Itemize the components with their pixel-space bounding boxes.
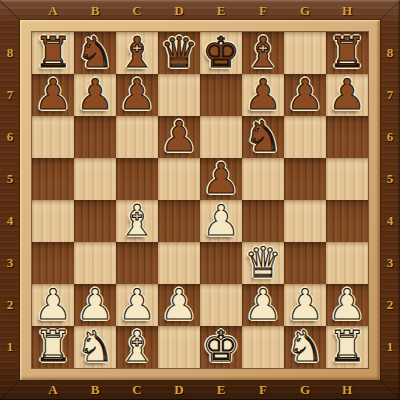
piece-black-rook[interactable]: ♜ [34,32,72,74]
piece-black-king[interactable]: ♚ [202,32,240,74]
square-c7[interactable]: ♟ [116,74,158,116]
piece-black-pawn[interactable]: ♟ [202,158,240,200]
squares: ♜♞♝♛♚♝♜♟♟♟♟♟♟♟♞♟♝♟♛♟♟♟♟♟♟♟♜♞♝♚♞♜ [32,32,368,368]
rank-label-3-right: 3 [380,242,400,284]
square-d3[interactable] [158,242,200,284]
file-label-f-top: F [242,2,284,19]
square-d4[interactable] [158,200,200,242]
square-c1[interactable]: ♝ [116,326,158,368]
piece-black-bishop[interactable]: ♝ [118,32,156,74]
square-f1[interactable] [242,326,284,368]
square-e3[interactable] [200,242,242,284]
square-h5[interactable] [326,158,368,200]
rank-label-2-right: 2 [380,284,400,326]
file-label-g-bottom: G [284,381,326,398]
square-g4[interactable] [284,200,326,242]
square-h1[interactable]: ♜ [326,326,368,368]
square-g2[interactable]: ♟ [284,284,326,326]
rank-label-5-left: 5 [0,158,20,200]
square-e7[interactable] [200,74,242,116]
rank-label-8-right: 8 [380,32,400,74]
square-b8[interactable]: ♞ [74,32,116,74]
piece-black-pawn[interactable]: ♟ [286,74,324,116]
square-g1[interactable]: ♞ [284,326,326,368]
piece-white-rook[interactable]: ♜ [328,326,366,368]
piece-white-bishop[interactable]: ♝ [118,200,156,242]
piece-black-pawn[interactable]: ♟ [160,116,198,158]
piece-black-knight[interactable]: ♞ [76,32,114,74]
square-e5[interactable]: ♟ [200,158,242,200]
square-d2[interactable]: ♟ [158,284,200,326]
square-a3[interactable] [32,242,74,284]
file-label-g-top: G [284,2,326,19]
rank-label-6-right: 6 [380,116,400,158]
piece-white-rook[interactable]: ♜ [34,326,72,368]
piece-black-pawn[interactable]: ♟ [76,74,114,116]
square-b4[interactable] [74,200,116,242]
square-a6[interactable] [32,116,74,158]
square-a2[interactable]: ♟ [32,284,74,326]
square-f7[interactable]: ♟ [242,74,284,116]
piece-white-knight[interactable]: ♞ [76,326,114,368]
file-label-b-bottom: B [74,381,116,398]
square-e2[interactable] [200,284,242,326]
rank-label-1-left: 1 [0,326,20,368]
piece-black-pawn[interactable]: ♟ [244,74,282,116]
piece-black-bishop[interactable]: ♝ [244,32,282,74]
square-b5[interactable] [74,158,116,200]
square-d6[interactable]: ♟ [158,116,200,158]
square-c4[interactable]: ♝ [116,200,158,242]
square-h7[interactable]: ♟ [326,74,368,116]
piece-black-queen[interactable]: ♛ [160,32,198,74]
file-label-f-bottom: F [242,381,284,398]
file-label-e-top: E [200,2,242,19]
chess-board: ♜♞♝♛♚♝♜♟♟♟♟♟♟♟♞♟♝♟♛♟♟♟♟♟♟♟♜♞♝♚♞♜ AABBCCD… [0,0,400,400]
file-label-c-top: C [116,2,158,19]
square-f6[interactable]: ♞ [242,116,284,158]
rank-label-1-right: 1 [380,326,400,368]
square-e8[interactable]: ♚ [200,32,242,74]
square-d7[interactable] [158,74,200,116]
square-b2[interactable]: ♟ [74,284,116,326]
piece-white-king[interactable]: ♚ [202,326,240,368]
square-c3[interactable] [116,242,158,284]
square-e4[interactable]: ♟ [200,200,242,242]
square-d8[interactable]: ♛ [158,32,200,74]
file-label-h-bottom: H [326,381,368,398]
square-g5[interactable] [284,158,326,200]
square-f4[interactable] [242,200,284,242]
rank-label-7-left: 7 [0,74,20,116]
piece-white-pawn[interactable]: ♟ [160,284,198,326]
square-h6[interactable] [326,116,368,158]
square-g8[interactable] [284,32,326,74]
rank-label-4-right: 4 [380,200,400,242]
square-b1[interactable]: ♞ [74,326,116,368]
square-e1[interactable]: ♚ [200,326,242,368]
square-f5[interactable] [242,158,284,200]
piece-white-pawn[interactable]: ♟ [286,284,324,326]
square-a5[interactable] [32,158,74,200]
piece-black-pawn[interactable]: ♟ [328,74,366,116]
file-label-e-bottom: E [200,381,242,398]
square-g3[interactable] [284,242,326,284]
piece-white-bishop[interactable]: ♝ [118,326,156,368]
piece-white-queen[interactable]: ♛ [244,242,282,284]
square-a8[interactable]: ♜ [32,32,74,74]
file-label-h-top: H [326,2,368,19]
piece-black-pawn[interactable]: ♟ [118,74,156,116]
square-c2[interactable]: ♟ [116,284,158,326]
piece-white-pawn[interactable]: ♟ [34,284,72,326]
piece-white-pawn[interactable]: ♟ [328,284,366,326]
square-e6[interactable] [200,116,242,158]
square-b3[interactable] [74,242,116,284]
square-f3[interactable]: ♛ [242,242,284,284]
square-a7[interactable]: ♟ [32,74,74,116]
square-h2[interactable]: ♟ [326,284,368,326]
rank-label-6-left: 6 [0,116,20,158]
piece-black-rook[interactable]: ♜ [328,32,366,74]
piece-black-knight[interactable]: ♞ [244,116,282,158]
rank-label-8-left: 8 [0,32,20,74]
file-label-d-top: D [158,2,200,19]
rank-label-5-right: 5 [380,158,400,200]
square-g6[interactable] [284,116,326,158]
piece-white-pawn[interactable]: ♟ [76,284,114,326]
piece-black-pawn[interactable]: ♟ [34,74,72,116]
square-c5[interactable] [116,158,158,200]
file-label-a-top: A [32,2,74,19]
rank-label-3-left: 3 [0,242,20,284]
square-f2[interactable]: ♟ [242,284,284,326]
square-f8[interactable]: ♝ [242,32,284,74]
square-g7[interactable]: ♟ [284,74,326,116]
rank-label-2-left: 2 [0,284,20,326]
rank-label-4-left: 4 [0,200,20,242]
square-h8[interactable]: ♜ [326,32,368,74]
file-label-a-bottom: A [32,381,74,398]
piece-white-pawn[interactable]: ♟ [244,284,282,326]
file-label-d-bottom: D [158,381,200,398]
square-d1[interactable] [158,326,200,368]
square-b6[interactable] [74,116,116,158]
square-a4[interactable] [32,200,74,242]
square-b7[interactable]: ♟ [74,74,116,116]
square-c8[interactable]: ♝ [116,32,158,74]
square-a1[interactable]: ♜ [32,326,74,368]
rank-label-7-right: 7 [380,74,400,116]
square-d5[interactable] [158,158,200,200]
piece-white-pawn[interactable]: ♟ [202,200,240,242]
file-label-b-top: B [74,2,116,19]
file-label-c-bottom: C [116,381,158,398]
square-h4[interactable] [326,200,368,242]
square-c6[interactable] [116,116,158,158]
piece-white-knight[interactable]: ♞ [286,326,324,368]
square-h3[interactable] [326,242,368,284]
piece-white-pawn[interactable]: ♟ [118,284,156,326]
